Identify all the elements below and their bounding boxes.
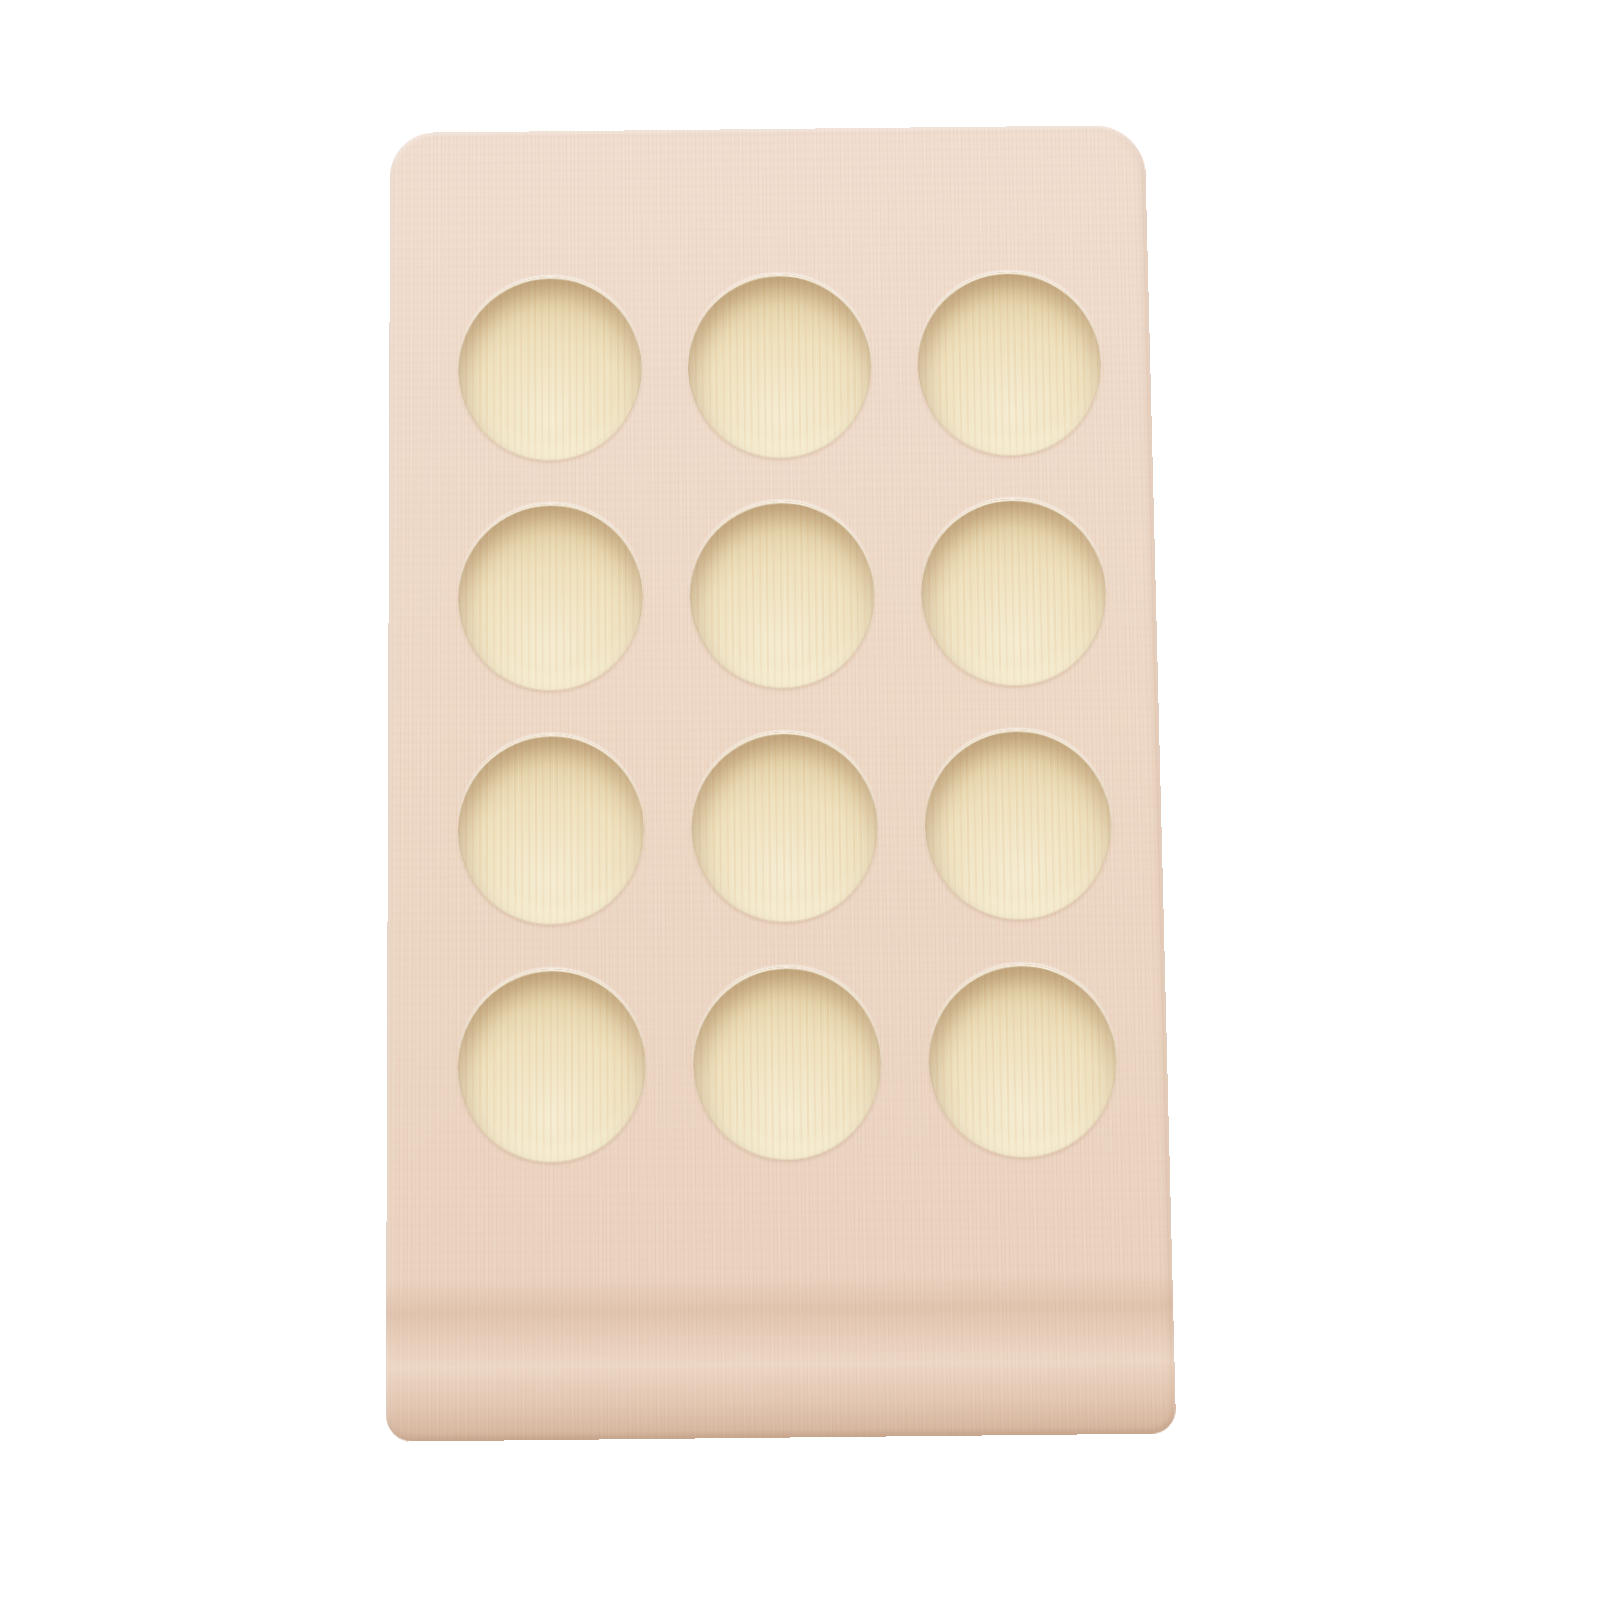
pit-r3c1[interactable] bbox=[458, 734, 645, 926]
pit-r2c2[interactable] bbox=[689, 500, 876, 689]
pit-grid bbox=[386, 125, 1176, 1442]
pit-r1c3[interactable] bbox=[916, 271, 1103, 457]
wooden-board bbox=[386, 125, 1176, 1442]
pit-r4c1[interactable] bbox=[458, 968, 647, 1163]
pit-r2c1[interactable] bbox=[458, 503, 643, 692]
pit-r3c3[interactable] bbox=[923, 729, 1113, 921]
pit-r2c3[interactable] bbox=[920, 498, 1108, 687]
pit-r4c3[interactable] bbox=[927, 963, 1119, 1158]
pit-r1c2[interactable] bbox=[687, 273, 872, 459]
pit-r3c2[interactable] bbox=[691, 731, 879, 923]
photo-canvas bbox=[0, 0, 1600, 1600]
pit-r4c2[interactable] bbox=[692, 966, 882, 1161]
pit-r1c1[interactable] bbox=[458, 276, 642, 462]
